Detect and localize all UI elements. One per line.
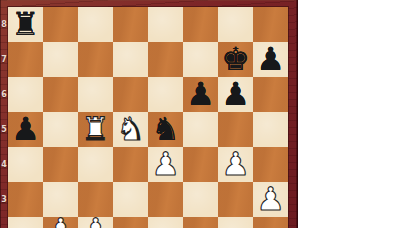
square-f5[interactable] <box>183 112 218 147</box>
white-pawn-h3[interactable]: ♟ <box>256 182 285 217</box>
square-f4[interactable] <box>183 147 218 182</box>
square-g8[interactable] <box>218 7 253 42</box>
square-b4[interactable] <box>43 147 78 182</box>
white-pawn-e4[interactable]: ♟ <box>151 147 180 182</box>
square-d5[interactable]: ♞ <box>113 112 148 147</box>
square-d4[interactable] <box>113 147 148 182</box>
rank-label-4: 4 <box>0 160 8 169</box>
square-b8[interactable] <box>43 7 78 42</box>
chess-board-frame: ♜♚♟♟♟♟♜♞♞♟♟♟♟♟ 876543 <box>0 0 298 228</box>
square-d8[interactable] <box>113 7 148 42</box>
square-e2[interactable] <box>148 217 183 228</box>
square-a4[interactable] <box>8 147 43 182</box>
square-h2[interactable] <box>253 217 288 228</box>
page-background: ♜♚♟♟♟♟♜♞♞♟♟♟♟♟ 876543 <box>0 0 400 228</box>
square-a7[interactable] <box>8 42 43 77</box>
square-f3[interactable] <box>183 182 218 217</box>
square-e4[interactable]: ♟ <box>148 147 183 182</box>
square-e6[interactable] <box>148 77 183 112</box>
square-f8[interactable] <box>183 7 218 42</box>
white-knight-d5[interactable]: ♞ <box>116 112 145 147</box>
square-g7[interactable]: ♚ <box>218 42 253 77</box>
square-a5[interactable]: ♟ <box>8 112 43 147</box>
square-a8[interactable]: ♜ <box>8 7 43 42</box>
black-pawn-a5[interactable]: ♟ <box>11 112 40 147</box>
black-pawn-g6[interactable]: ♟ <box>221 77 250 112</box>
square-c4[interactable] <box>78 147 113 182</box>
square-g2[interactable] <box>218 217 253 228</box>
square-h8[interactable] <box>253 7 288 42</box>
square-a6[interactable] <box>8 77 43 112</box>
square-b7[interactable] <box>43 42 78 77</box>
rank-label-6: 6 <box>0 90 8 99</box>
square-h6[interactable] <box>253 77 288 112</box>
black-knight-e5[interactable]: ♞ <box>151 112 180 147</box>
rank-label-7: 7 <box>0 55 8 64</box>
square-c6[interactable] <box>78 77 113 112</box>
square-c2[interactable]: ♟ <box>78 217 113 228</box>
black-rook-a8[interactable]: ♜ <box>11 7 40 42</box>
rank-label-8: 8 <box>0 20 8 29</box>
square-c7[interactable] <box>78 42 113 77</box>
square-g5[interactable] <box>218 112 253 147</box>
square-c5[interactable]: ♜ <box>78 112 113 147</box>
square-b2[interactable]: ♟ <box>43 217 78 228</box>
black-pawn-f6[interactable]: ♟ <box>186 77 215 112</box>
square-e7[interactable] <box>148 42 183 77</box>
square-h7[interactable]: ♟ <box>253 42 288 77</box>
square-g3[interactable] <box>218 182 253 217</box>
black-king-g7[interactable]: ♚ <box>221 42 250 77</box>
square-d3[interactable] <box>113 182 148 217</box>
square-f2[interactable] <box>183 217 218 228</box>
square-g4[interactable]: ♟ <box>218 147 253 182</box>
rank-label-5: 5 <box>0 125 8 134</box>
square-b6[interactable] <box>43 77 78 112</box>
white-pawn-b2[interactable]: ♟ <box>46 213 75 228</box>
square-a3[interactable] <box>8 182 43 217</box>
square-b5[interactable] <box>43 112 78 147</box>
square-e8[interactable] <box>148 7 183 42</box>
square-e5[interactable]: ♞ <box>148 112 183 147</box>
square-h5[interactable] <box>253 112 288 147</box>
square-h3[interactable]: ♟ <box>253 182 288 217</box>
black-pawn-h7[interactable]: ♟ <box>256 42 285 77</box>
square-d6[interactable] <box>113 77 148 112</box>
white-rook-c5[interactable]: ♜ <box>81 112 110 147</box>
square-g6[interactable]: ♟ <box>218 77 253 112</box>
square-e3[interactable] <box>148 182 183 217</box>
square-d7[interactable] <box>113 42 148 77</box>
square-c8[interactable] <box>78 7 113 42</box>
white-pawn-g4[interactable]: ♟ <box>221 147 250 182</box>
square-a2[interactable] <box>8 217 43 228</box>
white-pawn-c2[interactable]: ♟ <box>81 213 110 228</box>
rank-label-3: 3 <box>0 195 8 204</box>
square-d2[interactable] <box>113 217 148 228</box>
square-h4[interactable] <box>253 147 288 182</box>
square-f7[interactable] <box>183 42 218 77</box>
square-f6[interactable]: ♟ <box>183 77 218 112</box>
chess-board: ♜♚♟♟♟♟♜♞♞♟♟♟♟♟ <box>8 7 288 228</box>
